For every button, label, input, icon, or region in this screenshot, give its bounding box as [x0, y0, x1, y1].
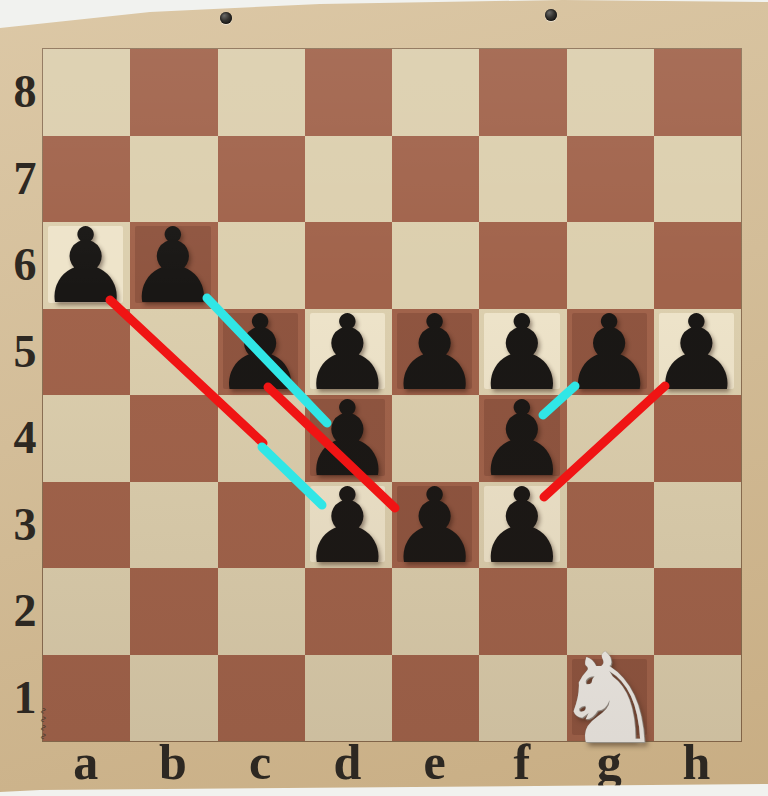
black-pawn-glyph: ♟: [650, 301, 743, 405]
piece-black-pawn-e5[interactable]: ♟: [391, 308, 478, 395]
piece-black-pawn-c5[interactable]: ♟: [217, 308, 304, 395]
piece-black-pawn-b6[interactable]: ♟: [129, 221, 216, 308]
black-pawn-glyph: ♟: [214, 301, 307, 405]
file-label-a: a: [73, 733, 98, 791]
black-pawn-glyph: ♟: [563, 301, 656, 405]
rank-label-5: 5: [14, 324, 37, 377]
black-pawn-glyph: ♟: [388, 474, 481, 578]
piece-black-pawn-a6[interactable]: ♟: [42, 221, 129, 308]
piece-black-pawn-f3[interactable]: ♟: [478, 481, 565, 568]
file-label-g: g: [597, 733, 622, 791]
piece-black-pawn-d3[interactable]: ♟: [304, 481, 391, 568]
screw-icon: [220, 12, 232, 24]
piece-black-pawn-h5[interactable]: ♟: [653, 308, 740, 395]
piece-white-knight-g1[interactable]: ♞: [566, 654, 653, 741]
rank-label-6: 6: [14, 238, 37, 291]
piece-layer: ♟♟♟♟♟♟♟♟♟♟♟♟♟♞: [42, 48, 740, 740]
file-label-b: b: [159, 733, 187, 791]
rank-label-2: 2: [14, 584, 37, 637]
file-label-c: c: [249, 733, 271, 791]
black-pawn-glyph: ♟: [388, 301, 481, 405]
black-pawn-glyph: ♟: [126, 214, 219, 318]
demo-board-panel: ♟♟♟♟♟♟♟♟♟♟♟♟♟♞ 87654321 abcdefgh ∿∿∿∿: [0, 0, 768, 796]
rank-label-4: 4: [14, 411, 37, 464]
black-pawn-glyph: ♟: [39, 214, 132, 318]
screw-icon: [545, 9, 557, 21]
rank-label-3: 3: [14, 497, 37, 550]
rank-label-8: 8: [14, 65, 37, 118]
file-label-e: e: [424, 733, 446, 791]
black-pawn-glyph: ♟: [475, 474, 568, 578]
piece-black-pawn-g5[interactable]: ♟: [566, 308, 653, 395]
piece-black-pawn-e3[interactable]: ♟: [391, 481, 478, 568]
rank-label-1: 1: [14, 670, 37, 723]
black-pawn-glyph: ♟: [301, 474, 394, 578]
rank-label-7: 7: [14, 151, 37, 204]
file-label-h: h: [682, 733, 710, 791]
file-label-f: f: [514, 733, 531, 791]
corner-scribble: ∿∿∿∿: [38, 680, 54, 740]
file-label-d: d: [333, 733, 361, 791]
